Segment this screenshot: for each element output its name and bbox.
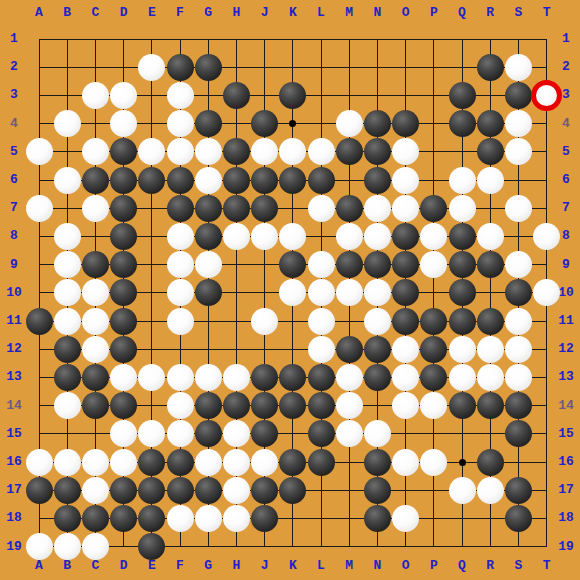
black-stone-Q14 xyxy=(449,392,476,419)
white-stone-K10 xyxy=(279,279,306,306)
black-stone-Q3 xyxy=(449,82,476,109)
white-stone-Q7 xyxy=(449,195,476,222)
black-stone-E17 xyxy=(138,477,165,504)
white-stone-L7 xyxy=(308,195,335,222)
white-stone-B19 xyxy=(54,533,81,560)
black-stone-N9 xyxy=(364,251,391,278)
white-stone-S13 xyxy=(505,364,532,391)
black-stone-C13 xyxy=(82,364,109,391)
column-label-bottom-M: M xyxy=(339,559,359,573)
black-stone-R11 xyxy=(477,308,504,335)
white-stone-C10 xyxy=(82,279,109,306)
white-stone-P8 xyxy=(420,223,447,250)
white-stone-G18 xyxy=(195,505,222,532)
column-label-top-A: A xyxy=(29,6,49,20)
hoshi-point-K4 xyxy=(289,120,296,127)
white-stone-L9 xyxy=(308,251,335,278)
column-label-top-L: L xyxy=(311,6,331,20)
black-stone-S10 xyxy=(505,279,532,306)
black-stone-D8 xyxy=(110,223,137,250)
column-label-top-T: T xyxy=(537,6,557,20)
black-stone-C14 xyxy=(82,392,109,419)
black-stone-M5 xyxy=(336,138,363,165)
row-label-right-9: 9 xyxy=(556,258,576,272)
column-label-top-K: K xyxy=(283,6,303,20)
column-label-top-C: C xyxy=(85,6,105,20)
column-label-bottom-P: P xyxy=(424,559,444,573)
black-stone-G4 xyxy=(195,110,222,137)
white-stone-C12 xyxy=(82,336,109,363)
row-label-right-17: 17 xyxy=(556,483,576,497)
row-label-left-17: 17 xyxy=(4,483,24,497)
column-label-bottom-G: G xyxy=(198,559,218,573)
column-label-top-H: H xyxy=(226,6,246,20)
black-stone-J18 xyxy=(251,505,278,532)
row-label-right-15: 15 xyxy=(556,427,576,441)
black-stone-D14 xyxy=(110,392,137,419)
black-stone-F16 xyxy=(167,449,194,476)
white-stone-R17 xyxy=(477,477,504,504)
white-stone-R13 xyxy=(477,364,504,391)
black-stone-Q9 xyxy=(449,251,476,278)
white-stone-R12 xyxy=(477,336,504,363)
black-stone-S14 xyxy=(505,392,532,419)
white-stone-A16 xyxy=(26,449,53,476)
row-label-right-14: 14 xyxy=(556,399,576,413)
row-label-left-3: 3 xyxy=(4,88,24,102)
black-stone-M7 xyxy=(336,195,363,222)
white-stone-H18 xyxy=(223,505,250,532)
white-stone-M15 xyxy=(336,420,363,447)
white-stone-S12 xyxy=(505,336,532,363)
black-stone-O8 xyxy=(392,223,419,250)
black-stone-H3 xyxy=(223,82,250,109)
row-label-left-14: 14 xyxy=(4,399,24,413)
white-stone-M13 xyxy=(336,364,363,391)
black-stone-P13 xyxy=(420,364,447,391)
white-stone-E5 xyxy=(138,138,165,165)
white-stone-H13 xyxy=(223,364,250,391)
white-stone-F8 xyxy=(167,223,194,250)
black-stone-L15 xyxy=(308,420,335,447)
white-stone-B4 xyxy=(54,110,81,137)
white-stone-L11 xyxy=(308,308,335,335)
black-stone-K6 xyxy=(279,167,306,194)
black-stone-G17 xyxy=(195,477,222,504)
go-board[interactable]: AABBCCDDEEFFGGHHJJKKLLMMNNOOPPQQRRSSTT11… xyxy=(0,0,580,580)
column-label-top-P: P xyxy=(424,6,444,20)
black-stone-Q10 xyxy=(449,279,476,306)
white-stone-B11 xyxy=(54,308,81,335)
column-label-top-N: N xyxy=(367,6,387,20)
black-stone-H5 xyxy=(223,138,250,165)
white-stone-H8 xyxy=(223,223,250,250)
black-stone-J4 xyxy=(251,110,278,137)
hoshi-point-Q16 xyxy=(459,459,466,466)
black-stone-G15 xyxy=(195,420,222,447)
row-label-left-13: 13 xyxy=(4,370,24,384)
white-stone-D4 xyxy=(110,110,137,137)
black-stone-E19 xyxy=(138,533,165,560)
white-stone-N7 xyxy=(364,195,391,222)
black-stone-E18 xyxy=(138,505,165,532)
black-stone-H6 xyxy=(223,167,250,194)
black-stone-O11 xyxy=(392,308,419,335)
black-stone-B18 xyxy=(54,505,81,532)
row-label-right-7: 7 xyxy=(556,201,576,215)
row-label-right-18: 18 xyxy=(556,511,576,525)
black-stone-O10 xyxy=(392,279,419,306)
black-stone-R4 xyxy=(477,110,504,137)
white-stone-N10 xyxy=(364,279,391,306)
black-stone-N17 xyxy=(364,477,391,504)
white-stone-O5 xyxy=(392,138,419,165)
black-stone-R9 xyxy=(477,251,504,278)
grid-line-horizontal xyxy=(39,546,547,547)
white-stone-L10 xyxy=(308,279,335,306)
black-stone-H7 xyxy=(223,195,250,222)
black-stone-G7 xyxy=(195,195,222,222)
black-stone-P7 xyxy=(420,195,447,222)
black-stone-M9 xyxy=(336,251,363,278)
column-label-top-M: M xyxy=(339,6,359,20)
black-stone-K9 xyxy=(279,251,306,278)
black-stone-J7 xyxy=(251,195,278,222)
white-stone-Q17 xyxy=(449,477,476,504)
black-stone-D5 xyxy=(110,138,137,165)
white-stone-G16 xyxy=(195,449,222,476)
row-label-right-11: 11 xyxy=(556,314,576,328)
black-stone-O4 xyxy=(392,110,419,137)
row-label-left-19: 19 xyxy=(4,540,24,554)
white-stone-G6 xyxy=(195,167,222,194)
black-stone-N4 xyxy=(364,110,391,137)
row-label-right-19: 19 xyxy=(556,540,576,554)
row-label-left-8: 8 xyxy=(4,229,24,243)
white-stone-F15 xyxy=(167,420,194,447)
white-stone-O12 xyxy=(392,336,419,363)
black-stone-R5 xyxy=(477,138,504,165)
black-stone-O9 xyxy=(392,251,419,278)
black-stone-B12 xyxy=(54,336,81,363)
black-stone-K14 xyxy=(279,392,306,419)
white-stone-O13 xyxy=(392,364,419,391)
black-stone-D9 xyxy=(110,251,137,278)
black-stone-F17 xyxy=(167,477,194,504)
white-stone-T10 xyxy=(533,279,560,306)
white-stone-E13 xyxy=(138,364,165,391)
black-stone-L14 xyxy=(308,392,335,419)
column-label-top-O: O xyxy=(396,6,416,20)
white-stone-S9 xyxy=(505,251,532,278)
row-label-left-18: 18 xyxy=(4,511,24,525)
row-label-left-10: 10 xyxy=(4,286,24,300)
white-stone-D13 xyxy=(110,364,137,391)
black-stone-K13 xyxy=(279,364,306,391)
black-stone-J17 xyxy=(251,477,278,504)
white-stone-F3 xyxy=(167,82,194,109)
black-stone-B13 xyxy=(54,364,81,391)
row-label-right-2: 2 xyxy=(556,60,576,74)
row-label-left-5: 5 xyxy=(4,145,24,159)
column-label-bottom-S: S xyxy=(508,559,528,573)
white-stone-A19 xyxy=(26,533,53,560)
column-label-bottom-R: R xyxy=(480,559,500,573)
white-stone-K8 xyxy=(279,223,306,250)
white-stone-A5 xyxy=(26,138,53,165)
black-stone-G2 xyxy=(195,54,222,81)
row-label-left-12: 12 xyxy=(4,342,24,356)
row-label-left-6: 6 xyxy=(4,173,24,187)
white-stone-F18 xyxy=(167,505,194,532)
column-label-bottom-A: A xyxy=(29,559,49,573)
white-stone-E2 xyxy=(138,54,165,81)
black-stone-J15 xyxy=(251,420,278,447)
white-stone-P14 xyxy=(420,392,447,419)
black-stone-P11 xyxy=(420,308,447,335)
column-label-bottom-F: F xyxy=(170,559,190,573)
row-label-right-4: 4 xyxy=(556,117,576,131)
black-stone-N18 xyxy=(364,505,391,532)
row-label-right-6: 6 xyxy=(556,173,576,187)
white-stone-M8 xyxy=(336,223,363,250)
white-stone-B10 xyxy=(54,279,81,306)
white-stone-R8 xyxy=(477,223,504,250)
white-stone-H16 xyxy=(223,449,250,476)
white-stone-B14 xyxy=(54,392,81,419)
white-stone-S4 xyxy=(505,110,532,137)
white-stone-D16 xyxy=(110,449,137,476)
white-stone-J8 xyxy=(251,223,278,250)
white-stone-C16 xyxy=(82,449,109,476)
black-stone-E6 xyxy=(138,167,165,194)
row-label-right-13: 13 xyxy=(556,370,576,384)
black-stone-D12 xyxy=(110,336,137,363)
black-stone-F7 xyxy=(167,195,194,222)
white-stone-H17 xyxy=(223,477,250,504)
white-stone-Q6 xyxy=(449,167,476,194)
black-stone-C6 xyxy=(82,167,109,194)
white-stone-G5 xyxy=(195,138,222,165)
black-stone-L16 xyxy=(308,449,335,476)
white-stone-O14 xyxy=(392,392,419,419)
white-stone-D15 xyxy=(110,420,137,447)
column-label-top-Q: Q xyxy=(452,6,472,20)
white-stone-B6 xyxy=(54,167,81,194)
white-stone-H15 xyxy=(223,420,250,447)
white-stone-B8 xyxy=(54,223,81,250)
black-stone-N16 xyxy=(364,449,391,476)
black-stone-F2 xyxy=(167,54,194,81)
row-label-left-4: 4 xyxy=(4,117,24,131)
white-stone-C19 xyxy=(82,533,109,560)
white-stone-J5 xyxy=(251,138,278,165)
white-stone-S5 xyxy=(505,138,532,165)
white-stone-C17 xyxy=(82,477,109,504)
row-label-left-11: 11 xyxy=(4,314,24,328)
black-stone-S17 xyxy=(505,477,532,504)
black-stone-J14 xyxy=(251,392,278,419)
row-label-left-16: 16 xyxy=(4,455,24,469)
row-label-right-12: 12 xyxy=(556,342,576,356)
column-label-top-F: F xyxy=(170,6,190,20)
black-stone-J13 xyxy=(251,364,278,391)
column-label-bottom-Q: Q xyxy=(452,559,472,573)
row-label-left-1: 1 xyxy=(4,32,24,46)
black-stone-G8 xyxy=(195,223,222,250)
column-label-bottom-D: D xyxy=(114,559,134,573)
white-stone-F14 xyxy=(167,392,194,419)
white-stone-N11 xyxy=(364,308,391,335)
white-stone-F13 xyxy=(167,364,194,391)
white-stone-D3 xyxy=(110,82,137,109)
black-stone-G10 xyxy=(195,279,222,306)
white-stone-Q13 xyxy=(449,364,476,391)
white-stone-B16 xyxy=(54,449,81,476)
white-stone-A7 xyxy=(26,195,53,222)
white-stone-S2 xyxy=(505,54,532,81)
column-label-bottom-N: N xyxy=(367,559,387,573)
row-label-right-1: 1 xyxy=(556,32,576,46)
white-stone-B9 xyxy=(54,251,81,278)
black-stone-G14 xyxy=(195,392,222,419)
white-stone-F9 xyxy=(167,251,194,278)
white-stone-C5 xyxy=(82,138,109,165)
black-stone-D18 xyxy=(110,505,137,532)
row-label-left-15: 15 xyxy=(4,427,24,441)
black-stone-K17 xyxy=(279,477,306,504)
white-stone-M14 xyxy=(336,392,363,419)
white-stone-P16 xyxy=(420,449,447,476)
white-stone-C3 xyxy=(82,82,109,109)
black-stone-Q8 xyxy=(449,223,476,250)
black-stone-D10 xyxy=(110,279,137,306)
white-stone-O6 xyxy=(392,167,419,194)
black-stone-D7 xyxy=(110,195,137,222)
column-label-bottom-K: K xyxy=(283,559,303,573)
black-stone-N5 xyxy=(364,138,391,165)
black-stone-N13 xyxy=(364,364,391,391)
black-stone-S3 xyxy=(505,82,532,109)
column-label-top-D: D xyxy=(114,6,134,20)
white-stone-O7 xyxy=(392,195,419,222)
column-label-bottom-C: C xyxy=(85,559,105,573)
column-label-top-S: S xyxy=(508,6,528,20)
white-stone-J11 xyxy=(251,308,278,335)
white-stone-F11 xyxy=(167,308,194,335)
column-label-bottom-T: T xyxy=(537,559,557,573)
white-stone-P9 xyxy=(420,251,447,278)
white-stone-G9 xyxy=(195,251,222,278)
black-stone-A17 xyxy=(26,477,53,504)
black-stone-L13 xyxy=(308,364,335,391)
white-stone-E15 xyxy=(138,420,165,447)
white-stone-F5 xyxy=(167,138,194,165)
white-stone-F10 xyxy=(167,279,194,306)
black-stone-D17 xyxy=(110,477,137,504)
column-label-top-G: G xyxy=(198,6,218,20)
white-stone-M10 xyxy=(336,279,363,306)
black-stone-R14 xyxy=(477,392,504,419)
white-stone-S11 xyxy=(505,308,532,335)
white-stone-C7 xyxy=(82,195,109,222)
row-label-right-16: 16 xyxy=(556,455,576,469)
row-label-left-9: 9 xyxy=(4,258,24,272)
black-stone-Q11 xyxy=(449,308,476,335)
white-stone-K5 xyxy=(279,138,306,165)
column-label-top-B: B xyxy=(57,6,77,20)
white-stone-J16 xyxy=(251,449,278,476)
white-stone-N8 xyxy=(364,223,391,250)
white-stone-N15 xyxy=(364,420,391,447)
black-stone-N6 xyxy=(364,167,391,194)
last-move-marker xyxy=(531,80,562,111)
white-stone-R6 xyxy=(477,167,504,194)
black-stone-S15 xyxy=(505,420,532,447)
black-stone-C9 xyxy=(82,251,109,278)
white-stone-F4 xyxy=(167,110,194,137)
row-label-left-7: 7 xyxy=(4,201,24,215)
column-label-bottom-O: O xyxy=(396,559,416,573)
black-stone-D6 xyxy=(110,167,137,194)
black-stone-K16 xyxy=(279,449,306,476)
column-label-bottom-H: H xyxy=(226,559,246,573)
black-stone-F6 xyxy=(167,167,194,194)
white-stone-O16 xyxy=(392,449,419,476)
black-stone-D11 xyxy=(110,308,137,335)
column-label-bottom-E: E xyxy=(142,559,162,573)
row-label-right-5: 5 xyxy=(556,145,576,159)
column-label-top-E: E xyxy=(142,6,162,20)
column-label-bottom-J: J xyxy=(255,559,275,573)
black-stone-L6 xyxy=(308,167,335,194)
black-stone-P12 xyxy=(420,336,447,363)
black-stone-S18 xyxy=(505,505,532,532)
column-label-bottom-L: L xyxy=(311,559,331,573)
black-stone-J6 xyxy=(251,167,278,194)
white-stone-G13 xyxy=(195,364,222,391)
black-stone-R2 xyxy=(477,54,504,81)
white-stone-M4 xyxy=(336,110,363,137)
black-stone-H14 xyxy=(223,392,250,419)
white-stone-S7 xyxy=(505,195,532,222)
column-label-top-R: R xyxy=(480,6,500,20)
column-label-top-J: J xyxy=(255,6,275,20)
white-stone-O18 xyxy=(392,505,419,532)
black-stone-Q4 xyxy=(449,110,476,137)
white-stone-T8 xyxy=(533,223,560,250)
black-stone-C18 xyxy=(82,505,109,532)
white-stone-L12 xyxy=(308,336,335,363)
black-stone-B17 xyxy=(54,477,81,504)
black-stone-M12 xyxy=(336,336,363,363)
black-stone-N12 xyxy=(364,336,391,363)
white-stone-L5 xyxy=(308,138,335,165)
black-stone-R16 xyxy=(477,449,504,476)
black-stone-E16 xyxy=(138,449,165,476)
black-stone-A11 xyxy=(26,308,53,335)
column-label-bottom-B: B xyxy=(57,559,77,573)
white-stone-Q12 xyxy=(449,336,476,363)
black-stone-K3 xyxy=(279,82,306,109)
row-label-left-2: 2 xyxy=(4,60,24,74)
white-stone-C11 xyxy=(82,308,109,335)
